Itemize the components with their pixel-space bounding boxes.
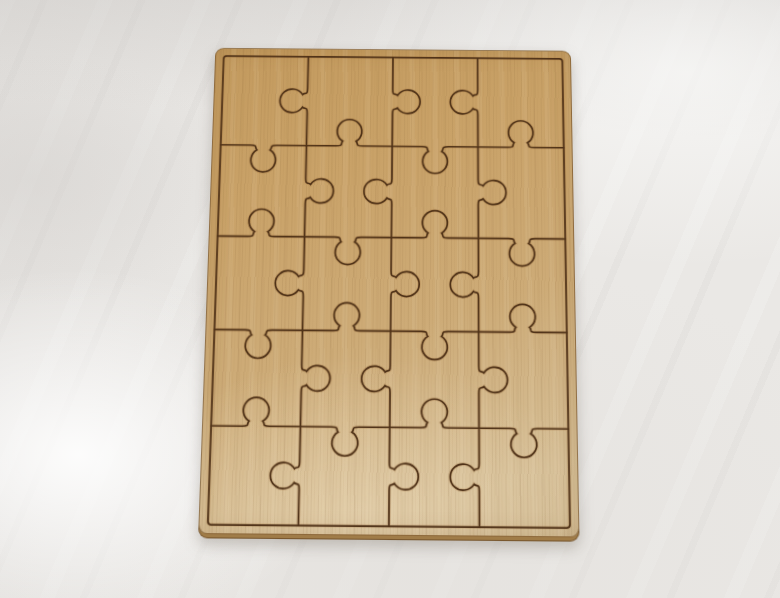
puzzle-piece-r3c2[interactable] [302,238,391,333]
puzzle-piece-r2c4[interactable] [478,148,565,241]
puzzle-piece-r3c3[interactable] [391,239,479,334]
puzzle-piece-r1c1[interactable] [221,56,309,146]
puzzle-piece-r1c4[interactable] [478,58,564,148]
puzzle-piece-r2c1[interactable] [218,145,307,237]
puzzle-piece-r3c4[interactable] [478,239,566,334]
puzzle-piece-r3c1[interactable] [214,237,304,332]
puzzle-board[interactable] [198,48,579,538]
puzzle-piece-r4c3[interactable] [390,333,479,431]
puzzle-piece-r5c4[interactable] [479,431,570,531]
puzzle-piece-r5c3[interactable] [389,430,480,530]
puzzle-piece-r1c3[interactable] [392,58,478,148]
puzzle-piece-r2c3[interactable] [391,147,478,239]
scene [0,0,780,598]
puzzle-piece-r4c1[interactable] [211,331,302,429]
puzzle-piece-r4c4[interactable] [479,334,569,432]
puzzle-piece-r2c2[interactable] [304,146,392,238]
puzzle-piece-r5c1[interactable] [208,428,301,528]
puzzle-piece-r1c2[interactable] [306,57,393,147]
puzzle-piece-r4c2[interactable] [300,332,390,430]
puzzle-piece-r5c2[interactable] [298,429,389,529]
